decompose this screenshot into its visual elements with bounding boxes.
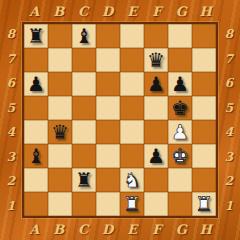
square-d2[interactable] <box>96 168 120 192</box>
piece-white-knight-e2[interactable]: ♞ <box>123 168 141 192</box>
square-c4[interactable] <box>72 120 96 144</box>
wood-frame: ABCDEFGH ABCDEFGH 87654321 87654321 ♜♝♛♟… <box>0 0 240 240</box>
square-d1[interactable] <box>96 192 120 216</box>
file-labels-bottom: ABCDEFGH <box>22 218 218 240</box>
square-f3[interactable]: ♟ <box>144 144 168 168</box>
piece-black-bishop-a3[interactable]: ♝ <box>27 144 45 168</box>
square-c2[interactable]: ♜ <box>72 168 96 192</box>
file-label-bottom-g: G <box>169 218 194 240</box>
chess-board: ♜♝♛♟♟♟♚♛♟♝♟♚♜♞♜♜ <box>22 22 218 218</box>
piece-white-rook-e1[interactable]: ♜ <box>123 192 141 216</box>
rank-label-right-6: 6 <box>218 71 240 96</box>
square-b4[interactable]: ♛ <box>48 120 72 144</box>
square-d6[interactable] <box>96 72 120 96</box>
square-g8[interactable] <box>168 24 192 48</box>
file-label-bottom-d: D <box>96 218 121 240</box>
rank-label-left-3: 3 <box>0 145 22 170</box>
rank-labels-right: 87654321 <box>218 22 240 218</box>
square-a3[interactable]: ♝ <box>24 144 48 168</box>
square-a4[interactable] <box>24 120 48 144</box>
square-e5[interactable] <box>120 96 144 120</box>
square-e8[interactable] <box>120 24 144 48</box>
rank-label-left-6: 6 <box>0 71 22 96</box>
rank-label-right-5: 5 <box>218 96 240 121</box>
square-b3[interactable] <box>48 144 72 168</box>
square-c7[interactable] <box>72 48 96 72</box>
piece-white-pawn-g4[interactable]: ♟ <box>171 120 189 144</box>
square-e4[interactable] <box>120 120 144 144</box>
square-a7[interactable] <box>24 48 48 72</box>
rank-label-right-2: 2 <box>218 169 240 194</box>
square-d3[interactable] <box>96 144 120 168</box>
square-f5[interactable] <box>144 96 168 120</box>
file-label-bottom-b: B <box>47 218 72 240</box>
square-b7[interactable] <box>48 48 72 72</box>
rank-label-left-5: 5 <box>0 96 22 121</box>
square-f8[interactable] <box>144 24 168 48</box>
file-label-top-c: C <box>71 0 96 22</box>
square-a8[interactable]: ♜ <box>24 24 48 48</box>
square-b6[interactable] <box>48 72 72 96</box>
square-a2[interactable] <box>24 168 48 192</box>
file-label-bottom-h: H <box>194 218 219 240</box>
square-g3[interactable]: ♚ <box>168 144 192 168</box>
rank-label-right-8: 8 <box>218 22 240 47</box>
piece-black-king-g5[interactable]: ♚ <box>171 96 189 120</box>
square-g2[interactable] <box>168 168 192 192</box>
piece-black-queen-b4[interactable]: ♛ <box>51 120 69 144</box>
square-g7[interactable] <box>168 48 192 72</box>
piece-black-rook-a8[interactable]: ♜ <box>27 24 45 48</box>
file-label-bottom-f: F <box>145 218 170 240</box>
square-b1[interactable] <box>48 192 72 216</box>
rank-label-right-3: 3 <box>218 145 240 170</box>
piece-black-rook-c2[interactable]: ♜ <box>75 168 93 192</box>
piece-black-bishop-c8[interactable]: ♝ <box>75 24 93 48</box>
square-d4[interactable] <box>96 120 120 144</box>
square-f6[interactable]: ♟ <box>144 72 168 96</box>
piece-black-pawn-f3[interactable]: ♟ <box>147 144 165 168</box>
file-label-bottom-c: C <box>71 218 96 240</box>
file-labels-top: ABCDEFGH <box>22 0 218 22</box>
square-h2[interactable] <box>192 168 216 192</box>
piece-black-pawn-g6[interactable]: ♟ <box>171 72 189 96</box>
piece-white-king-g3[interactable]: ♚ <box>171 144 189 168</box>
square-a6[interactable]: ♟ <box>24 72 48 96</box>
file-label-top-e: E <box>120 0 145 22</box>
square-g5[interactable]: ♚ <box>168 96 192 120</box>
square-h3[interactable] <box>192 144 216 168</box>
rank-label-left-1: 1 <box>0 194 22 219</box>
square-g1[interactable] <box>168 192 192 216</box>
square-d5[interactable] <box>96 96 120 120</box>
square-a5[interactable] <box>24 96 48 120</box>
square-c8[interactable]: ♝ <box>72 24 96 48</box>
square-f4[interactable] <box>144 120 168 144</box>
square-e2[interactable]: ♞ <box>120 168 144 192</box>
square-c1[interactable] <box>72 192 96 216</box>
file-label-top-h: H <box>194 0 219 22</box>
file-label-top-a: A <box>22 0 47 22</box>
square-h1[interactable]: ♜ <box>192 192 216 216</box>
square-g6[interactable]: ♟ <box>168 72 192 96</box>
piece-white-rook-h1[interactable]: ♜ <box>195 192 213 216</box>
file-label-top-d: D <box>96 0 121 22</box>
square-e7[interactable] <box>120 48 144 72</box>
square-f1[interactable] <box>144 192 168 216</box>
square-d7[interactable] <box>96 48 120 72</box>
file-label-top-g: G <box>169 0 194 22</box>
square-b5[interactable] <box>48 96 72 120</box>
square-b8[interactable] <box>48 24 72 48</box>
square-e6[interactable] <box>120 72 144 96</box>
rank-label-left-7: 7 <box>0 47 22 72</box>
square-h4[interactable] <box>192 120 216 144</box>
square-d8[interactable] <box>96 24 120 48</box>
square-f2[interactable] <box>144 168 168 192</box>
rank-label-right-4: 4 <box>218 120 240 145</box>
square-h6[interactable] <box>192 72 216 96</box>
square-e1[interactable]: ♜ <box>120 192 144 216</box>
piece-black-pawn-a6[interactable]: ♟ <box>27 72 45 96</box>
file-label-top-f: F <box>145 0 170 22</box>
square-e3[interactable] <box>120 144 144 168</box>
rank-label-left-2: 2 <box>0 169 22 194</box>
rank-label-right-7: 7 <box>218 47 240 72</box>
file-label-bottom-a: A <box>22 218 47 240</box>
file-label-bottom-e: E <box>120 218 145 240</box>
rank-labels-left: 87654321 <box>0 22 22 218</box>
square-h8[interactable] <box>192 24 216 48</box>
square-b2[interactable] <box>48 168 72 192</box>
square-h7[interactable] <box>192 48 216 72</box>
square-g4[interactable]: ♟ <box>168 120 192 144</box>
rank-label-right-1: 1 <box>218 194 240 219</box>
square-c3[interactable] <box>72 144 96 168</box>
rank-label-left-8: 8 <box>0 22 22 47</box>
square-c6[interactable] <box>72 72 96 96</box>
square-f7[interactable]: ♛ <box>144 48 168 72</box>
rank-label-left-4: 4 <box>0 120 22 145</box>
piece-black-queen-f7[interactable]: ♛ <box>147 48 165 72</box>
piece-black-pawn-f6[interactable]: ♟ <box>147 72 165 96</box>
square-h5[interactable] <box>192 96 216 120</box>
square-a1[interactable] <box>24 192 48 216</box>
square-c5[interactable] <box>72 96 96 120</box>
file-label-top-b: B <box>47 0 72 22</box>
